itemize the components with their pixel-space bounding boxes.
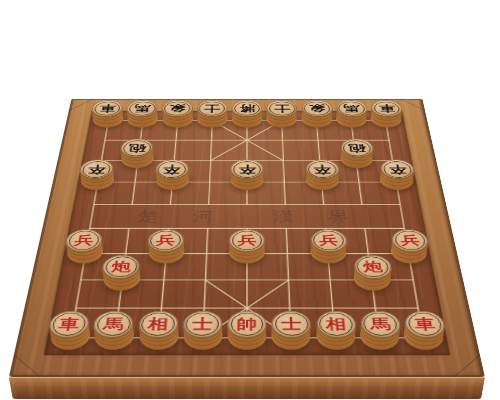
piece-glyph: 卒 bbox=[238, 164, 255, 174]
piece-face: 帥 bbox=[227, 311, 266, 338]
piece-glyph: 相 bbox=[147, 317, 169, 331]
piece-red-cannon[interactable]: 炮 bbox=[352, 268, 391, 292]
piece-black-elephant[interactable]: 象 bbox=[301, 112, 333, 129]
piece-black-cannon[interactable]: 砲 bbox=[121, 151, 155, 169]
piece-face: 卒 bbox=[230, 160, 263, 179]
piece-black-advisor[interactable]: 士 bbox=[197, 112, 228, 129]
piece-glyph: 士 bbox=[192, 317, 213, 331]
piece-glyph: 卒 bbox=[163, 164, 181, 174]
photo-scene: 楚 河 漢 界 車馬象士將士象馬車砲砲卒卒卒卒卒兵兵兵兵兵炮炮車馬相士帥士相馬車 bbox=[0, 0, 500, 400]
frame-miter-joint bbox=[450, 355, 485, 377]
piece-red-elephant[interactable]: 相 bbox=[138, 324, 179, 351]
piece-red-horse[interactable]: 馬 bbox=[94, 324, 136, 351]
piece-face: 士 bbox=[272, 311, 312, 338]
piece-black-horse[interactable]: 馬 bbox=[127, 112, 159, 129]
piece-glyph: 卒 bbox=[388, 164, 407, 174]
piece-glyph: 砲 bbox=[128, 143, 146, 153]
piece-red-advisor[interactable]: 士 bbox=[183, 324, 223, 351]
piece-face: 兵 bbox=[229, 229, 265, 251]
piece-red-soldier[interactable]: 兵 bbox=[229, 242, 265, 265]
piece-glyph: 兵 bbox=[73, 234, 94, 246]
piece-red-soldier[interactable]: 兵 bbox=[66, 242, 105, 265]
piece-red-elephant[interactable]: 相 bbox=[315, 324, 356, 351]
piece-face: 士 bbox=[266, 100, 297, 117]
piece-glyph: 車 bbox=[378, 104, 396, 113]
piece-glyph: 車 bbox=[413, 317, 436, 331]
pieces-layer: 車馬象士將士象馬車砲砲卒卒卒卒卒兵兵兵兵兵炮炮車馬相士帥士相馬車 bbox=[46, 111, 448, 353]
piece-red-general[interactable]: 帥 bbox=[228, 324, 267, 351]
piece-glyph: 兵 bbox=[238, 234, 257, 246]
piece-red-chariot[interactable]: 車 bbox=[402, 324, 445, 351]
piece-glyph: 馬 bbox=[134, 104, 151, 113]
piece-face: 卒 bbox=[305, 160, 340, 179]
piece-glyph: 炮 bbox=[362, 261, 383, 274]
piece-black-horse[interactable]: 馬 bbox=[335, 112, 367, 129]
frame-miter-joint bbox=[9, 355, 44, 377]
piece-red-advisor[interactable]: 士 bbox=[272, 324, 312, 351]
piece-glyph: 車 bbox=[58, 317, 81, 331]
piece-glyph: 兵 bbox=[400, 234, 421, 246]
piece-glyph: 砲 bbox=[348, 143, 366, 153]
frame-miter-joint bbox=[69, 98, 95, 110]
piece-glyph: 帥 bbox=[237, 317, 258, 331]
piece-face: 兵 bbox=[310, 229, 348, 251]
piece-red-soldier[interactable]: 兵 bbox=[389, 242, 428, 265]
piece-black-cannon[interactable]: 砲 bbox=[339, 151, 373, 169]
piece-black-soldier[interactable]: 卒 bbox=[305, 172, 339, 191]
piece-red-cannon[interactable]: 炮 bbox=[102, 268, 141, 292]
xiangqi-board: 楚 河 漢 界 車馬象士將士象馬車砲砲卒卒卒卒卒兵兵兵兵兵炮炮車馬相士帥士相馬車 bbox=[9, 99, 485, 377]
piece-glyph: 象 bbox=[308, 104, 325, 113]
piece-black-soldier[interactable]: 卒 bbox=[80, 172, 116, 191]
piece-glyph: 馬 bbox=[369, 317, 391, 331]
piece-red-chariot[interactable]: 車 bbox=[49, 324, 92, 351]
board-front-edge bbox=[9, 377, 485, 399]
frame-miter-joint bbox=[400, 98, 426, 110]
piece-glyph: 將 bbox=[239, 104, 255, 113]
piece-red-soldier[interactable]: 兵 bbox=[309, 242, 346, 265]
piece-face: 象 bbox=[301, 100, 333, 117]
piece-red-horse[interactable]: 馬 bbox=[358, 324, 400, 351]
piece-glyph: 卒 bbox=[313, 164, 331, 174]
piece-black-general[interactable]: 將 bbox=[232, 112, 263, 129]
piece-black-soldier[interactable]: 卒 bbox=[231, 172, 264, 191]
piece-black-chariot[interactable]: 車 bbox=[369, 112, 402, 129]
piece-glyph: 士 bbox=[274, 104, 290, 113]
piece-glyph: 卒 bbox=[87, 164, 106, 174]
piece-glyph: 象 bbox=[169, 104, 186, 113]
piece-glyph: 兵 bbox=[319, 234, 339, 246]
piece-glyph: 炮 bbox=[111, 261, 132, 274]
piece-black-elephant[interactable]: 象 bbox=[162, 112, 194, 129]
piece-black-chariot[interactable]: 車 bbox=[92, 112, 125, 129]
piece-glyph: 車 bbox=[98, 104, 116, 113]
piece-glyph: 士 bbox=[204, 104, 220, 113]
piece-glyph: 馬 bbox=[343, 104, 360, 113]
piece-black-soldier[interactable]: 卒 bbox=[155, 172, 189, 191]
piece-red-soldier[interactable]: 兵 bbox=[147, 242, 184, 265]
piece-black-soldier[interactable]: 卒 bbox=[378, 172, 414, 191]
piece-glyph: 兵 bbox=[156, 234, 176, 246]
piece-glyph: 士 bbox=[281, 317, 302, 331]
piece-face: 將 bbox=[232, 100, 263, 117]
piece-black-advisor[interactable]: 士 bbox=[266, 112, 297, 129]
piece-glyph: 相 bbox=[325, 317, 347, 331]
piece-glyph: 馬 bbox=[102, 317, 124, 331]
